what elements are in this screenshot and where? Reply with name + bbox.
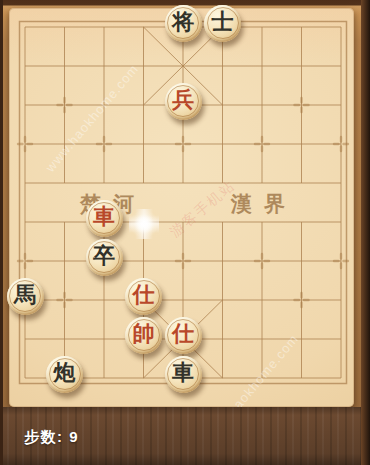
piece-black-cannon[interactable]: 炮 — [46, 356, 83, 393]
river-label-right: 漢界 — [219, 190, 297, 218]
piece-black-advisor[interactable]: 士 — [204, 5, 241, 42]
piece-glyph: 車 — [93, 206, 115, 228]
piece-glyph: 仕 — [172, 323, 194, 345]
piece-red-soldier[interactable]: 兵 — [165, 83, 202, 120]
move-counter-value: 9 — [69, 428, 79, 445]
move-indicator — [129, 209, 159, 239]
move-counter: 步数: 9 — [24, 428, 79, 447]
piece-glyph: 士 — [212, 11, 234, 33]
piece-red-chariot[interactable]: 車 — [86, 200, 123, 237]
piece-red-advisor[interactable]: 仕 — [165, 317, 202, 354]
piece-glyph: 炮 — [54, 362, 76, 384]
piece-red-advisor[interactable]: 仕 — [125, 278, 162, 315]
piece-glyph: 仕 — [133, 284, 155, 306]
piece-glyph: 卒 — [93, 245, 115, 267]
wood-frame-left — [0, 0, 3, 465]
piece-black-general[interactable]: 将 — [165, 5, 202, 42]
board-grid — [0, 0, 370, 465]
piece-red-general[interactable]: 帥 — [125, 317, 162, 354]
wood-frame-right — [361, 0, 370, 465]
piece-glyph: 帥 — [133, 323, 155, 345]
move-counter-label: 步数: — [24, 428, 64, 445]
piece-black-soldier[interactable]: 卒 — [86, 239, 123, 276]
xiangqi-game-screen: 楚河 漢界 将士兵車卒馬仕帥仕炮車 www.haokhome.com www.h… — [0, 0, 370, 465]
piece-black-horse[interactable]: 馬 — [7, 278, 44, 315]
piece-glyph: 兵 — [172, 89, 194, 111]
piece-glyph: 馬 — [14, 284, 36, 306]
piece-glyph: 将 — [172, 11, 194, 33]
piece-black-chariot[interactable]: 車 — [165, 356, 202, 393]
piece-glyph: 車 — [172, 362, 194, 384]
